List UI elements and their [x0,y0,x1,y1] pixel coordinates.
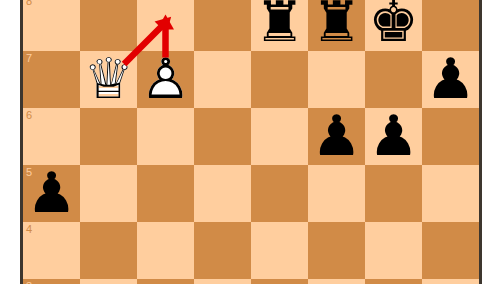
square-a6[interactable]: 6 [23,108,80,165]
square-b4[interactable] [80,222,137,279]
square-e7[interactable] [251,51,308,108]
square-c3[interactable] [137,279,194,284]
square-c7[interactable]: ♟♙ [137,51,194,108]
rank-label-4: 4 [26,223,32,235]
square-d6[interactable] [194,108,251,165]
rank-label-8: 8 [26,0,32,7]
square-f3[interactable] [308,279,365,284]
piece-black-pawn[interactable]: ♟ [23,165,80,222]
rank-label-7: 7 [26,52,32,64]
square-b5[interactable] [80,165,137,222]
square-f8[interactable]: ♜ [308,0,365,51]
square-g7[interactable] [365,51,422,108]
rank-label-6: 6 [26,109,32,121]
square-e5[interactable] [251,165,308,222]
square-h6[interactable] [422,108,479,165]
square-c5[interactable] [137,165,194,222]
square-e4[interactable] [251,222,308,279]
square-h4[interactable] [422,222,479,279]
square-d4[interactable] [194,222,251,279]
square-e6[interactable] [251,108,308,165]
piece-black-rook[interactable]: ♜ [251,0,308,51]
piece-black-rook[interactable]: ♜ [308,0,365,51]
black-pawn-glyph: ♟ [422,51,479,108]
square-e8[interactable]: ♜ [251,0,308,51]
white-pawn-outline: ♙ [137,51,194,108]
square-d8[interactable] [194,0,251,51]
square-h7[interactable]: ♟ [422,51,479,108]
square-h3[interactable] [422,279,479,284]
piece-black-pawn[interactable]: ♟ [308,108,365,165]
black-pawn-glyph: ♟ [308,108,365,165]
piece-white-pawn[interactable]: ♟♙ [137,51,194,108]
square-h8[interactable] [422,0,479,51]
piece-black-pawn[interactable]: ♟ [422,51,479,108]
square-f4[interactable] [308,222,365,279]
board-frame: 8♜♜♚7♛♕♟♙♟6♟♟5♟43 [20,0,482,284]
square-a3[interactable]: 3 [23,279,80,284]
black-rook-glyph: ♜ [251,0,308,51]
chess-diagram-screen: 8♜♜♚7♛♕♟♙♟6♟♟5♟43 [0,0,504,284]
square-h5[interactable] [422,165,479,222]
square-g4[interactable] [365,222,422,279]
square-e3[interactable] [251,279,308,284]
square-b7[interactable]: ♛♕ [80,51,137,108]
piece-black-king[interactable]: ♚ [365,0,422,51]
rank-label-3: 3 [26,280,32,284]
square-b6[interactable] [80,108,137,165]
black-pawn-glyph: ♟ [23,165,80,222]
piece-black-pawn[interactable]: ♟ [365,108,422,165]
square-c4[interactable] [137,222,194,279]
square-d5[interactable] [194,165,251,222]
square-g6[interactable]: ♟ [365,108,422,165]
square-f6[interactable]: ♟ [308,108,365,165]
square-c8[interactable] [137,0,194,51]
square-b3[interactable] [80,279,137,284]
square-a8[interactable]: 8 [23,0,80,51]
square-b8[interactable] [80,0,137,51]
square-g8[interactable]: ♚ [365,0,422,51]
white-queen-outline: ♕ [80,51,137,108]
black-pawn-glyph: ♟ [365,108,422,165]
black-rook-glyph: ♜ [308,0,365,51]
piece-white-queen[interactable]: ♛♕ [80,51,137,108]
square-g5[interactable] [365,165,422,222]
square-a5[interactable]: 5♟ [23,165,80,222]
square-d7[interactable] [194,51,251,108]
square-d3[interactable] [194,279,251,284]
square-f5[interactable] [308,165,365,222]
square-g3[interactable] [365,279,422,284]
square-a4[interactable]: 4 [23,222,80,279]
square-a7[interactable]: 7 [23,51,80,108]
black-king-glyph: ♚ [365,0,422,51]
chess-board: 8♜♜♚7♛♕♟♙♟6♟♟5♟43 [23,0,479,284]
square-f7[interactable] [308,51,365,108]
square-c6[interactable] [137,108,194,165]
